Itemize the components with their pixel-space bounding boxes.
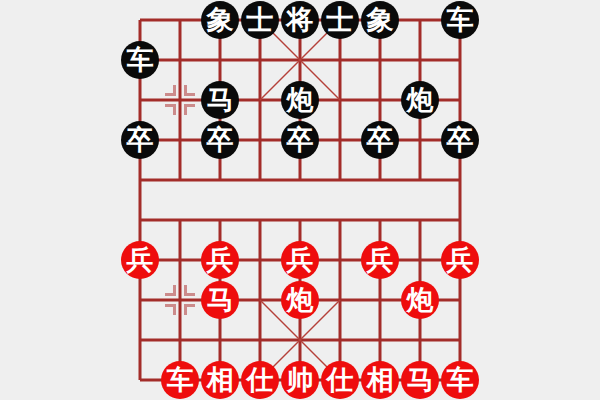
piece-red-chariot[interactable]: 车	[161, 361, 199, 399]
piece-red-soldier[interactable]: 兵	[281, 241, 319, 279]
piece-red-soldier[interactable]: 兵	[121, 241, 159, 279]
piece-red-soldier[interactable]: 兵	[201, 241, 239, 279]
piece-red-elephant[interactable]: 相	[201, 361, 239, 399]
xiangqi-app-screen: 象士将士象车车马炮炮卒卒卒卒卒兵兵兵兵兵马炮炮车相仕帅仕相马车	[0, 0, 600, 400]
piece-black-horse[interactable]: 马	[201, 81, 239, 119]
piece-black-chariot[interactable]: 车	[121, 41, 159, 79]
piece-red-horse[interactable]: 马	[201, 281, 239, 319]
piece-black-soldier[interactable]: 卒	[361, 121, 399, 159]
piece-red-cannon[interactable]: 炮	[281, 281, 319, 319]
piece-red-elephant[interactable]: 相	[361, 361, 399, 399]
piece-black-soldier[interactable]: 卒	[201, 121, 239, 159]
piece-black-advisor[interactable]: 士	[241, 1, 279, 39]
piece-red-chariot[interactable]: 车	[441, 361, 479, 399]
xiangqi-board[interactable]: 象士将士象车车马炮炮卒卒卒卒卒兵兵兵兵兵马炮炮车相仕帅仕相马车	[120, 0, 480, 400]
piece-black-chariot[interactable]: 车	[441, 1, 479, 39]
piece-black-cannon[interactable]: 炮	[401, 81, 439, 119]
piece-black-advisor[interactable]: 士	[321, 1, 359, 39]
piece-black-elephant[interactable]: 象	[201, 1, 239, 39]
piece-red-soldier[interactable]: 兵	[361, 241, 399, 279]
piece-black-elephant[interactable]: 象	[361, 1, 399, 39]
piece-black-soldier[interactable]: 卒	[441, 121, 479, 159]
piece-red-advisor[interactable]: 仕	[321, 361, 359, 399]
piece-red-cannon[interactable]: 炮	[401, 281, 439, 319]
piece-red-general[interactable]: 帅	[281, 361, 319, 399]
piece-black-soldier[interactable]: 卒	[281, 121, 319, 159]
piece-red-horse[interactable]: 马	[401, 361, 439, 399]
piece-red-soldier[interactable]: 兵	[441, 241, 479, 279]
piece-black-general[interactable]: 将	[281, 1, 319, 39]
piece-red-advisor[interactable]: 仕	[241, 361, 279, 399]
piece-black-cannon[interactable]: 炮	[281, 81, 319, 119]
piece-black-soldier[interactable]: 卒	[121, 121, 159, 159]
